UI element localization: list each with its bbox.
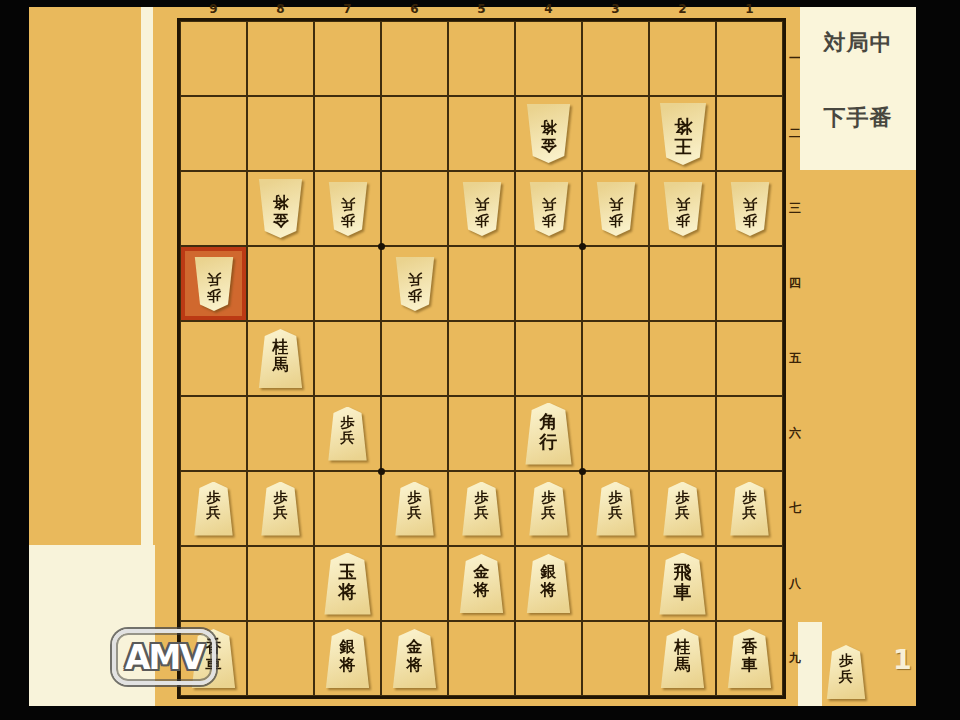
square-4二[interactable]: 金 将 [515,96,582,171]
square-4九[interactable] [515,621,582,696]
gote-piece-歩兵: 歩 兵 [730,182,770,236]
sente-piece-玉将: 玉 将 [324,553,372,615]
square-9一[interactable] [180,21,247,96]
square-7八[interactable]: 玉 将 [314,546,381,621]
square-9三[interactable] [180,171,247,246]
square-4七[interactable]: 歩 兵 [515,471,582,546]
square-7三[interactable]: 歩 兵 [314,171,381,246]
square-8六[interactable] [247,396,314,471]
star-point-top-left [378,243,385,250]
square-4一[interactable] [515,21,582,96]
file-label-3: 3 [582,1,649,17]
square-1四[interactable] [716,246,783,321]
square-8五[interactable]: 桂 馬 [247,321,314,396]
file-label-7: 7 [314,1,381,17]
square-1九[interactable]: 香 車 [716,621,783,696]
gote-piece-王将: 王 将 [659,103,707,165]
gote-piece-金将: 金 将 [258,179,303,238]
square-7四[interactable] [314,246,381,321]
square-5六[interactable] [448,396,515,471]
rank-label-六: 六 [787,396,803,471]
file-label-6: 6 [381,1,448,17]
square-3九[interactable] [582,621,649,696]
square-6七[interactable]: 歩 兵 [381,471,448,546]
rank-label-九: 九 [787,621,803,696]
square-2五[interactable] [649,321,716,396]
square-8三[interactable]: 金 将 [247,171,314,246]
square-8一[interactable] [247,21,314,96]
square-5五[interactable] [448,321,515,396]
square-9七[interactable]: 歩 兵 [180,471,247,546]
square-4六[interactable]: 角 行 [515,396,582,471]
hand-pawn-label: 歩 兵 [839,645,853,699]
square-4八[interactable]: 銀 将 [515,546,582,621]
status-turn: 下手番 [824,103,893,133]
square-6二[interactable] [381,96,448,171]
rank-label-三: 三 [787,171,803,246]
square-3六[interactable] [582,396,649,471]
square-5一[interactable] [448,21,515,96]
square-1二[interactable] [716,96,783,171]
sente-piece-歩兵: 歩 兵 [194,482,234,536]
square-7六[interactable]: 歩 兵 [314,396,381,471]
file-label-8: 8 [247,1,314,17]
sente-piece-歩兵: 歩 兵 [395,482,435,536]
sente-piece-飛車: 飛 車 [659,553,707,615]
square-3五[interactable] [582,321,649,396]
square-8二[interactable] [247,96,314,171]
square-3七[interactable]: 歩 兵 [582,471,649,546]
amv-watermark-text: AMV [125,638,203,677]
sente-piece-桂馬: 桂 馬 [660,629,705,688]
star-point-bottom-left [378,468,385,475]
gote-piece-歩兵: 歩 兵 [395,257,435,311]
rank-label-八: 八 [787,546,803,621]
square-9六[interactable] [180,396,247,471]
square-2二[interactable]: 王 将 [649,96,716,171]
gote-piece-歩兵: 歩 兵 [529,182,569,236]
square-9八[interactable] [180,546,247,621]
square-2一[interactable] [649,21,716,96]
sente-piece-桂馬: 桂 馬 [258,329,303,388]
square-7九[interactable]: 銀 将 [314,621,381,696]
shogi-board: 金 将王 将金 将歩 兵歩 兵歩 兵歩 兵歩 兵歩 兵歩 兵歩 兵桂 馬歩 兵角… [177,18,786,699]
sente-piece-金将: 金 将 [459,554,504,613]
gote-piece-歩兵: 歩 兵 [194,257,234,311]
star-point-bottom-right [579,468,586,475]
file-label-9: 9 [180,1,247,17]
sente-piece-歩兵: 歩 兵 [730,482,770,536]
sente-piece-歩兵: 歩 兵 [596,482,636,536]
square-2六[interactable] [649,396,716,471]
square-5三[interactable]: 歩 兵 [448,171,515,246]
square-9四[interactable]: 歩 兵 [180,246,247,321]
square-5四[interactable] [448,246,515,321]
square-1六[interactable] [716,396,783,471]
file-label-5: 5 [448,1,515,17]
square-8四[interactable] [247,246,314,321]
square-3八[interactable] [582,546,649,621]
file-label-2: 2 [649,1,716,17]
hand-pawn-count: 1 [893,644,912,675]
square-2七[interactable]: 歩 兵 [649,471,716,546]
square-9五[interactable] [180,321,247,396]
star-point-top-right [579,243,586,250]
rank-label-五: 五 [787,321,803,396]
square-5八[interactable]: 金 将 [448,546,515,621]
square-8七[interactable]: 歩 兵 [247,471,314,546]
square-6一[interactable] [381,21,448,96]
square-2四[interactable] [649,246,716,321]
rank-label-四: 四 [787,246,803,321]
sente-piece-歩兵: 歩 兵 [462,482,502,536]
gote-piece-歩兵: 歩 兵 [328,182,368,236]
gote-piece-金将: 金 将 [526,104,571,163]
sente-piece-歩兵: 歩 兵 [529,482,569,536]
status-playing: 対局中 [824,28,893,58]
square-2九[interactable]: 桂 馬 [649,621,716,696]
square-1八[interactable] [716,546,783,621]
square-3二[interactable] [582,96,649,171]
square-1一[interactable] [716,21,783,96]
square-1七[interactable]: 歩 兵 [716,471,783,546]
square-9二[interactable] [180,96,247,171]
sente-piece-歩兵: 歩 兵 [663,482,703,536]
square-8九[interactable] [247,621,314,696]
gote-piece-歩兵: 歩 兵 [663,182,703,236]
square-7七[interactable] [314,471,381,546]
square-5二[interactable] [448,96,515,171]
square-1三[interactable]: 歩 兵 [716,171,783,246]
square-7二[interactable] [314,96,381,171]
file-label-4: 4 [515,1,582,17]
square-6九[interactable]: 金 将 [381,621,448,696]
sente-hand-pawn[interactable]: 歩 兵 [826,645,866,699]
rank-label-七: 七 [787,471,803,546]
square-6五[interactable] [381,321,448,396]
square-6六[interactable] [381,396,448,471]
square-3四[interactable] [582,246,649,321]
sente-piece-銀将: 銀 将 [325,629,370,688]
square-6四[interactable]: 歩 兵 [381,246,448,321]
square-7一[interactable] [314,21,381,96]
file-label-1: 1 [716,1,783,17]
gote-piece-歩兵: 歩 兵 [596,182,636,236]
amv-watermark: AMV [112,629,216,685]
square-4三[interactable]: 歩 兵 [515,171,582,246]
sente-piece-金将: 金 将 [392,629,437,688]
gote-piece-歩兵: 歩 兵 [462,182,502,236]
sente-piece-歩兵: 歩 兵 [328,407,368,461]
status-panel: 対局中 下手番 [800,7,916,170]
square-1五[interactable] [716,321,783,396]
square-4四[interactable] [515,246,582,321]
square-3三[interactable]: 歩 兵 [582,171,649,246]
square-2八[interactable]: 飛 車 [649,546,716,621]
file-labels: 987654321 [180,1,783,17]
sente-piece-香車: 香 車 [727,629,772,688]
square-8八[interactable] [247,546,314,621]
square-5七[interactable]: 歩 兵 [448,471,515,546]
sente-piece-角行: 角 行 [525,403,573,465]
square-7五[interactable] [314,321,381,396]
sente-piece-銀将: 銀 将 [526,554,571,613]
square-3一[interactable] [582,21,649,96]
sente-piece-歩兵: 歩 兵 [261,482,301,536]
square-6三[interactable] [381,171,448,246]
square-5九[interactable] [448,621,515,696]
square-6八[interactable] [381,546,448,621]
square-2三[interactable]: 歩 兵 [649,171,716,246]
square-4五[interactable] [515,321,582,396]
